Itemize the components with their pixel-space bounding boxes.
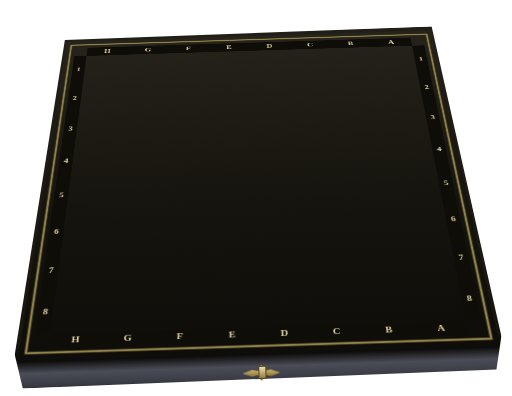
file-label-a-top: A xyxy=(370,38,412,47)
coordinate-text: A xyxy=(437,324,446,333)
file-label-b-top: B xyxy=(330,39,372,48)
brass-clasp-buckle[interactable] xyxy=(258,366,266,379)
coordinate-text: 1 xyxy=(418,56,423,62)
file-label-c-top: C xyxy=(289,40,330,49)
file-label-d-bottom: D xyxy=(258,326,311,341)
coordinate-text: 5 xyxy=(443,180,449,187)
file-label-a-bottom: A xyxy=(414,321,469,336)
coordinate-text: C xyxy=(332,327,340,336)
coordinate-text: 4 xyxy=(436,146,442,153)
coordinate-text: D xyxy=(266,43,272,48)
black-bishop[interactable]: ♝ xyxy=(0,313,262,396)
file-label-d-top: D xyxy=(249,41,290,50)
file-label-c-bottom: C xyxy=(310,324,363,339)
coordinate-text: A xyxy=(388,40,395,45)
scene: HGFEDCBA HGFEDCBA 12345678 12345678 ♜♞♝♚… xyxy=(0,0,512,396)
coordinate-text: 3 xyxy=(430,115,436,121)
file-label-b-bottom: B xyxy=(362,322,416,337)
coordinate-text: 7 xyxy=(458,254,464,262)
coordinate-text: D xyxy=(280,329,288,338)
coordinate-text: 8 xyxy=(466,295,473,304)
coordinate-text: B xyxy=(385,325,393,334)
coordinate-text: C xyxy=(307,42,313,47)
coordinate-text: 6 xyxy=(450,216,456,224)
black-king[interactable]: ♚ xyxy=(0,99,256,218)
coordinate-text: 2 xyxy=(424,85,429,91)
coordinate-text: B xyxy=(347,41,353,46)
chess-set-photo: HGFEDCBA HGFEDCBA 12345678 12345678 ♜♞♝♚… xyxy=(0,0,512,396)
